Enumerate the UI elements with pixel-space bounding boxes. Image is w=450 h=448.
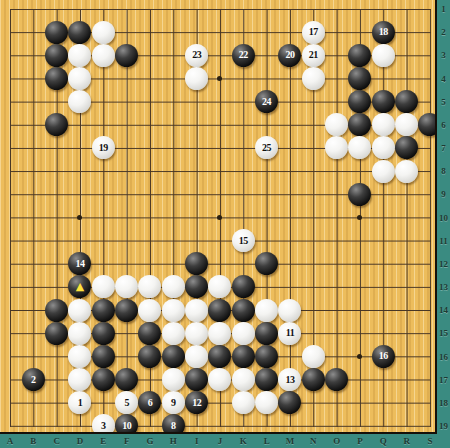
row-label-9: 9 bbox=[437, 189, 450, 199]
white-stone-N2: 17 bbox=[302, 21, 325, 44]
white-stone-H15 bbox=[162, 322, 185, 345]
white-stone-D5 bbox=[68, 90, 91, 113]
move-number-label: 8 bbox=[171, 421, 176, 431]
white-stone-M17: 13 bbox=[278, 368, 301, 391]
column-label-C: C bbox=[53, 436, 60, 446]
white-stone-R8 bbox=[395, 160, 418, 183]
move-number-label: 17 bbox=[309, 27, 318, 37]
move-number-label: 20 bbox=[285, 50, 294, 60]
white-stone-L14 bbox=[255, 299, 278, 322]
black-stone-G16 bbox=[138, 345, 161, 368]
black-stone-K13 bbox=[232, 275, 255, 298]
white-stone-I15 bbox=[185, 322, 208, 345]
white-stone-O7 bbox=[325, 136, 348, 159]
black-stone-C3 bbox=[45, 44, 68, 67]
black-stone-K16 bbox=[232, 345, 255, 368]
white-stone-P7 bbox=[348, 136, 371, 159]
move-number-label: 15 bbox=[239, 236, 248, 246]
move-number-label: 23 bbox=[192, 50, 201, 60]
row-label-11: 11 bbox=[437, 236, 450, 246]
black-stone-J16 bbox=[208, 345, 231, 368]
black-stone-P6 bbox=[348, 113, 371, 136]
black-stone-P9 bbox=[348, 183, 371, 206]
black-stone-E14 bbox=[92, 299, 115, 322]
move-number-label: 2 bbox=[31, 375, 36, 385]
black-stone-M3: 20 bbox=[278, 44, 301, 67]
white-stone-D3 bbox=[68, 44, 91, 67]
black-stone-P5 bbox=[348, 90, 371, 113]
white-stone-H13 bbox=[162, 275, 185, 298]
white-stone-K18 bbox=[232, 391, 255, 414]
black-stone-C2 bbox=[45, 21, 68, 44]
white-stone-R6 bbox=[395, 113, 418, 136]
black-stone-E16 bbox=[92, 345, 115, 368]
black-stone-L12 bbox=[255, 252, 278, 275]
black-stone-O17 bbox=[325, 368, 348, 391]
black-stone-F3 bbox=[115, 44, 138, 67]
black-stone-C4 bbox=[45, 67, 68, 90]
black-stone-Q5 bbox=[372, 90, 395, 113]
black-stone-J14 bbox=[208, 299, 231, 322]
black-stone-I12 bbox=[185, 252, 208, 275]
white-stone-N3: 21 bbox=[302, 44, 325, 67]
move-number-label: 10 bbox=[122, 421, 131, 431]
white-stone-M15: 11 bbox=[278, 322, 301, 345]
column-label-B: B bbox=[30, 436, 36, 446]
black-stone-R7 bbox=[395, 136, 418, 159]
white-stone-K11: 15 bbox=[232, 229, 255, 252]
black-stone-I17 bbox=[185, 368, 208, 391]
white-stone-I16 bbox=[185, 345, 208, 368]
black-stone-C14 bbox=[45, 299, 68, 322]
column-label-O: O bbox=[333, 436, 340, 446]
black-stone-G18: 6 bbox=[138, 391, 161, 414]
row-label-19: 19 bbox=[437, 421, 450, 431]
white-stone-D17 bbox=[68, 368, 91, 391]
row-label-2: 2 bbox=[437, 27, 450, 37]
move-number-label: 13 bbox=[285, 375, 294, 385]
column-label-E: E bbox=[100, 436, 106, 446]
row-label-18: 18 bbox=[437, 398, 450, 408]
black-stone-P3 bbox=[348, 44, 371, 67]
black-stone-I13 bbox=[185, 275, 208, 298]
column-label-G: G bbox=[146, 436, 153, 446]
black-stone-F14 bbox=[115, 299, 138, 322]
black-stone-M18 bbox=[278, 391, 301, 414]
column-label-P: P bbox=[357, 436, 363, 446]
black-stone-C15 bbox=[45, 322, 68, 345]
black-stone-Q2: 18 bbox=[372, 21, 395, 44]
black-stone-L15 bbox=[255, 322, 278, 345]
go-board: 1718232220212419251514▲11162131569123108 bbox=[0, 0, 442, 437]
white-stone-Q8 bbox=[372, 160, 395, 183]
black-stone-L5: 24 bbox=[255, 90, 278, 113]
row-label-1: 1 bbox=[437, 4, 450, 14]
row-label-3: 3 bbox=[437, 50, 450, 60]
white-stone-J17 bbox=[208, 368, 231, 391]
go-kifu-screenshot: 1718232220212419251514▲11162131569123108… bbox=[0, 0, 450, 448]
column-label-H: H bbox=[170, 436, 177, 446]
move-number-label: 5 bbox=[124, 398, 129, 408]
white-stone-Q6 bbox=[372, 113, 395, 136]
move-number-label: 3 bbox=[101, 421, 106, 431]
column-label-S: S bbox=[427, 436, 432, 446]
black-stone-D13: ▲ bbox=[68, 275, 91, 298]
row-label-17: 17 bbox=[437, 375, 450, 385]
move-number-label: 25 bbox=[262, 143, 271, 153]
column-label-M: M bbox=[286, 436, 295, 446]
white-stone-I14 bbox=[185, 299, 208, 322]
column-label-I: I bbox=[195, 436, 199, 446]
column-label-Q: Q bbox=[380, 436, 387, 446]
row-label-14: 14 bbox=[437, 305, 450, 315]
white-stone-K15 bbox=[232, 322, 255, 345]
column-label-K: K bbox=[240, 436, 247, 446]
white-stone-J13 bbox=[208, 275, 231, 298]
white-stone-Q3 bbox=[372, 44, 395, 67]
column-label-R: R bbox=[403, 436, 410, 446]
white-stone-K17 bbox=[232, 368, 255, 391]
white-stone-M14 bbox=[278, 299, 301, 322]
white-stone-D14 bbox=[68, 299, 91, 322]
move-number-label: 16 bbox=[379, 351, 388, 361]
white-stone-N4 bbox=[302, 67, 325, 90]
white-stone-F18: 5 bbox=[115, 391, 138, 414]
black-stone-C6 bbox=[45, 113, 68, 136]
move-number-label: 19 bbox=[99, 143, 108, 153]
row-label-13: 13 bbox=[437, 282, 450, 292]
black-stone-I18: 12 bbox=[185, 391, 208, 414]
column-label-N: N bbox=[310, 436, 317, 446]
move-number-label: 11 bbox=[286, 328, 294, 338]
row-label-5: 5 bbox=[437, 97, 450, 107]
column-label-L: L bbox=[264, 436, 270, 446]
row-coordinate-strip: 12345678910111213141516171819 bbox=[437, 0, 450, 448]
white-stone-E13 bbox=[92, 275, 115, 298]
white-stone-H18: 9 bbox=[162, 391, 185, 414]
move-number-label: 14 bbox=[75, 259, 84, 269]
white-stone-L7: 25 bbox=[255, 136, 278, 159]
white-stone-E3 bbox=[92, 44, 115, 67]
white-stone-H17 bbox=[162, 368, 185, 391]
black-stone-L17 bbox=[255, 368, 278, 391]
row-label-6: 6 bbox=[437, 120, 450, 130]
black-stone-L16 bbox=[255, 345, 278, 368]
move-number-label: 18 bbox=[379, 27, 388, 37]
black-stone-D2 bbox=[68, 21, 91, 44]
column-label-J: J bbox=[218, 436, 223, 446]
move-number-label: 9 bbox=[171, 398, 176, 408]
white-stone-Q7 bbox=[372, 136, 395, 159]
row-label-10: 10 bbox=[437, 213, 450, 223]
row-label-7: 7 bbox=[437, 143, 450, 153]
row-label-16: 16 bbox=[437, 352, 450, 362]
move-number-label: 12 bbox=[192, 398, 201, 408]
black-stone-B17: 2 bbox=[22, 368, 45, 391]
move-number-label: 21 bbox=[309, 50, 318, 60]
move-number-label: 6 bbox=[148, 398, 153, 408]
black-stone-D12: 14 bbox=[68, 252, 91, 275]
black-stone-G15 bbox=[138, 322, 161, 345]
white-stone-I4 bbox=[185, 67, 208, 90]
white-stone-E7: 19 bbox=[92, 136, 115, 159]
column-coordinate-strip: ABCDEFGHIJKLMNOPQRS bbox=[0, 434, 450, 448]
black-stone-E17 bbox=[92, 368, 115, 391]
row-label-12: 12 bbox=[437, 259, 450, 269]
white-stone-F13 bbox=[115, 275, 138, 298]
black-stone-H16 bbox=[162, 345, 185, 368]
move-number-label: 1 bbox=[78, 398, 83, 408]
column-label-A: A bbox=[7, 436, 14, 446]
white-stone-J15 bbox=[208, 322, 231, 345]
white-stone-D18: 1 bbox=[68, 391, 91, 414]
black-stone-R5 bbox=[395, 90, 418, 113]
black-stone-F17 bbox=[115, 368, 138, 391]
white-stone-O6 bbox=[325, 113, 348, 136]
column-label-D: D bbox=[77, 436, 84, 446]
row-label-4: 4 bbox=[437, 74, 450, 84]
black-stone-E15 bbox=[92, 322, 115, 345]
row-label-8: 8 bbox=[437, 166, 450, 176]
black-stone-N17 bbox=[302, 368, 325, 391]
white-stone-H14 bbox=[162, 299, 185, 322]
column-label-F: F bbox=[124, 436, 130, 446]
white-stone-D15 bbox=[68, 322, 91, 345]
white-stone-I3: 23 bbox=[185, 44, 208, 67]
white-stone-E2 bbox=[92, 21, 115, 44]
black-stone-Q16: 16 bbox=[372, 345, 395, 368]
black-stone-K14 bbox=[232, 299, 255, 322]
triangle-marker-icon: ▲ bbox=[76, 281, 84, 292]
white-stone-G13 bbox=[138, 275, 161, 298]
move-number-label: 22 bbox=[239, 50, 248, 60]
move-number-label: 24 bbox=[262, 97, 271, 107]
black-stone-K3: 22 bbox=[232, 44, 255, 67]
white-stone-N16 bbox=[302, 345, 325, 368]
white-stone-D4 bbox=[68, 67, 91, 90]
white-stone-G14 bbox=[138, 299, 161, 322]
white-stone-L18 bbox=[255, 391, 278, 414]
row-label-15: 15 bbox=[437, 328, 450, 338]
black-stone-P4 bbox=[348, 67, 371, 90]
white-stone-D16 bbox=[68, 345, 91, 368]
